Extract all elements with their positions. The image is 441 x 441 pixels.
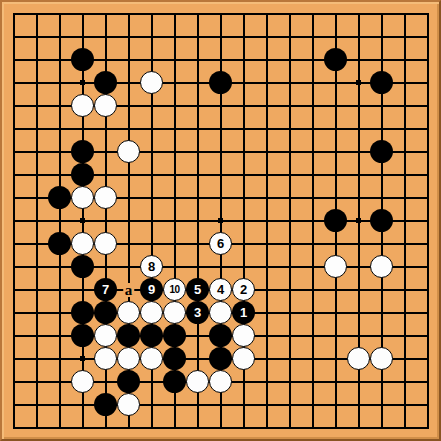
intersection[interactable] xyxy=(163,232,186,255)
intersection[interactable] xyxy=(94,232,117,255)
intersection[interactable] xyxy=(416,347,439,370)
intersection[interactable] xyxy=(140,140,163,163)
intersection[interactable] xyxy=(71,117,94,140)
intersection[interactable] xyxy=(393,370,416,393)
intersection[interactable] xyxy=(324,71,347,94)
intersection[interactable] xyxy=(48,416,71,439)
intersection[interactable] xyxy=(278,94,301,117)
intersection[interactable] xyxy=(71,140,94,163)
intersection[interactable] xyxy=(117,71,140,94)
intersection[interactable] xyxy=(25,140,48,163)
intersection[interactable] xyxy=(370,416,393,439)
intersection[interactable] xyxy=(2,324,25,347)
intersection[interactable] xyxy=(278,232,301,255)
intersection[interactable] xyxy=(255,278,278,301)
intersection[interactable] xyxy=(25,370,48,393)
intersection[interactable] xyxy=(2,71,25,94)
intersection[interactable] xyxy=(2,163,25,186)
intersection[interactable] xyxy=(255,301,278,324)
intersection[interactable] xyxy=(2,25,25,48)
intersection[interactable] xyxy=(2,347,25,370)
intersection[interactable] xyxy=(393,209,416,232)
intersection[interactable] xyxy=(416,232,439,255)
intersection[interactable] xyxy=(94,393,117,416)
intersection[interactable] xyxy=(347,25,370,48)
intersection[interactable] xyxy=(71,278,94,301)
intersection[interactable] xyxy=(278,25,301,48)
intersection[interactable] xyxy=(209,94,232,117)
intersection[interactable] xyxy=(278,301,301,324)
intersection[interactable] xyxy=(370,209,393,232)
intersection[interactable] xyxy=(2,278,25,301)
intersection[interactable] xyxy=(209,324,232,347)
intersection[interactable] xyxy=(255,393,278,416)
intersection[interactable] xyxy=(255,370,278,393)
intersection[interactable] xyxy=(232,48,255,71)
intersection[interactable] xyxy=(71,25,94,48)
intersection[interactable] xyxy=(94,186,117,209)
intersection[interactable] xyxy=(25,209,48,232)
intersection[interactable] xyxy=(25,25,48,48)
intersection[interactable] xyxy=(393,48,416,71)
intersection[interactable] xyxy=(163,370,186,393)
intersection[interactable] xyxy=(209,140,232,163)
intersection[interactable] xyxy=(393,2,416,25)
intersection[interactable] xyxy=(278,2,301,25)
intersection[interactable] xyxy=(2,232,25,255)
intersection[interactable] xyxy=(232,209,255,232)
intersection[interactable] xyxy=(393,278,416,301)
intersection[interactable] xyxy=(347,140,370,163)
intersection[interactable] xyxy=(140,48,163,71)
intersection[interactable]: 5 xyxy=(186,278,209,301)
intersection[interactable] xyxy=(48,140,71,163)
intersection[interactable] xyxy=(209,255,232,278)
intersection[interactable] xyxy=(163,255,186,278)
intersection[interactable] xyxy=(71,71,94,94)
intersection[interactable] xyxy=(255,94,278,117)
intersection[interactable] xyxy=(324,347,347,370)
intersection[interactable] xyxy=(278,117,301,140)
intersection[interactable] xyxy=(301,370,324,393)
intersection[interactable] xyxy=(209,48,232,71)
intersection[interactable] xyxy=(301,117,324,140)
intersection[interactable] xyxy=(370,255,393,278)
intersection[interactable] xyxy=(140,416,163,439)
intersection[interactable] xyxy=(209,416,232,439)
intersection[interactable] xyxy=(163,347,186,370)
intersection[interactable] xyxy=(301,324,324,347)
intersection[interactable] xyxy=(2,2,25,25)
intersection[interactable] xyxy=(48,255,71,278)
intersection[interactable] xyxy=(209,2,232,25)
intersection[interactable] xyxy=(94,324,117,347)
intersection[interactable] xyxy=(416,25,439,48)
intersection[interactable] xyxy=(347,232,370,255)
intersection[interactable] xyxy=(117,232,140,255)
intersection[interactable] xyxy=(347,186,370,209)
intersection[interactable] xyxy=(25,2,48,25)
intersection[interactable] xyxy=(163,94,186,117)
intersection[interactable] xyxy=(347,416,370,439)
intersection[interactable] xyxy=(186,209,209,232)
intersection[interactable] xyxy=(25,71,48,94)
intersection[interactable] xyxy=(347,324,370,347)
intersection[interactable] xyxy=(48,25,71,48)
intersection[interactable] xyxy=(71,393,94,416)
intersection[interactable] xyxy=(393,186,416,209)
intersection[interactable] xyxy=(370,94,393,117)
intersection[interactable] xyxy=(232,347,255,370)
intersection[interactable] xyxy=(209,163,232,186)
intersection[interactable] xyxy=(416,94,439,117)
intersection[interactable] xyxy=(186,140,209,163)
intersection[interactable] xyxy=(25,117,48,140)
intersection[interactable] xyxy=(48,324,71,347)
intersection[interactable]: 10 xyxy=(163,278,186,301)
intersection[interactable] xyxy=(347,2,370,25)
intersection[interactable] xyxy=(301,209,324,232)
intersection[interactable] xyxy=(347,94,370,117)
intersection[interactable] xyxy=(278,324,301,347)
intersection[interactable] xyxy=(324,416,347,439)
intersection[interactable] xyxy=(347,117,370,140)
intersection[interactable] xyxy=(2,140,25,163)
intersection[interactable] xyxy=(347,347,370,370)
intersection[interactable] xyxy=(393,25,416,48)
intersection[interactable] xyxy=(25,186,48,209)
intersection[interactable] xyxy=(209,301,232,324)
intersection[interactable] xyxy=(232,232,255,255)
intersection[interactable] xyxy=(232,255,255,278)
intersection[interactable]: 4 xyxy=(209,278,232,301)
intersection[interactable] xyxy=(301,2,324,25)
intersection[interactable] xyxy=(416,393,439,416)
intersection[interactable] xyxy=(324,324,347,347)
intersection[interactable] xyxy=(186,370,209,393)
intersection[interactable] xyxy=(117,416,140,439)
intersection[interactable] xyxy=(416,186,439,209)
intersection[interactable] xyxy=(48,71,71,94)
intersection[interactable] xyxy=(25,301,48,324)
intersection[interactable] xyxy=(324,2,347,25)
intersection[interactable] xyxy=(209,71,232,94)
intersection[interactable] xyxy=(232,393,255,416)
intersection[interactable] xyxy=(370,117,393,140)
intersection[interactable] xyxy=(416,2,439,25)
intersection[interactable] xyxy=(48,232,71,255)
intersection[interactable] xyxy=(117,94,140,117)
intersection[interactable]: 6 xyxy=(209,232,232,255)
intersection[interactable] xyxy=(416,416,439,439)
intersection[interactable] xyxy=(232,94,255,117)
intersection[interactable] xyxy=(94,209,117,232)
intersection[interactable] xyxy=(324,278,347,301)
intersection[interactable]: a xyxy=(117,278,140,301)
intersection[interactable] xyxy=(2,370,25,393)
intersection[interactable] xyxy=(393,232,416,255)
intersection[interactable] xyxy=(324,393,347,416)
intersection[interactable] xyxy=(393,163,416,186)
intersection[interactable] xyxy=(347,71,370,94)
intersection[interactable] xyxy=(255,255,278,278)
intersection[interactable] xyxy=(117,255,140,278)
intersection[interactable] xyxy=(324,301,347,324)
intersection[interactable] xyxy=(48,209,71,232)
intersection[interactable] xyxy=(117,301,140,324)
intersection[interactable]: 1 xyxy=(232,301,255,324)
intersection[interactable] xyxy=(370,347,393,370)
intersection[interactable] xyxy=(94,94,117,117)
intersection[interactable] xyxy=(324,255,347,278)
intersection[interactable] xyxy=(140,186,163,209)
intersection[interactable] xyxy=(163,2,186,25)
intersection[interactable] xyxy=(140,393,163,416)
intersection[interactable] xyxy=(117,48,140,71)
intersection[interactable] xyxy=(140,232,163,255)
intersection[interactable] xyxy=(117,393,140,416)
intersection[interactable]: 7 xyxy=(94,278,117,301)
intersection[interactable] xyxy=(186,71,209,94)
intersection[interactable] xyxy=(301,278,324,301)
intersection[interactable] xyxy=(347,393,370,416)
intersection[interactable] xyxy=(209,370,232,393)
intersection[interactable] xyxy=(324,117,347,140)
intersection[interactable] xyxy=(278,163,301,186)
intersection[interactable] xyxy=(278,370,301,393)
intersection[interactable] xyxy=(370,2,393,25)
intersection[interactable] xyxy=(370,140,393,163)
intersection[interactable] xyxy=(48,2,71,25)
intersection[interactable] xyxy=(370,186,393,209)
intersection[interactable] xyxy=(209,25,232,48)
intersection[interactable] xyxy=(48,278,71,301)
intersection[interactable] xyxy=(278,416,301,439)
intersection[interactable] xyxy=(163,209,186,232)
intersection[interactable] xyxy=(324,370,347,393)
intersection[interactable] xyxy=(2,94,25,117)
intersection[interactable] xyxy=(324,232,347,255)
intersection[interactable] xyxy=(186,255,209,278)
intersection[interactable] xyxy=(416,209,439,232)
intersection[interactable] xyxy=(393,324,416,347)
intersection[interactable] xyxy=(255,48,278,71)
intersection[interactable] xyxy=(255,117,278,140)
intersection[interactable] xyxy=(278,393,301,416)
intersection[interactable] xyxy=(301,94,324,117)
intersection[interactable] xyxy=(71,301,94,324)
intersection[interactable] xyxy=(140,117,163,140)
intersection[interactable] xyxy=(370,25,393,48)
intersection[interactable] xyxy=(71,370,94,393)
intersection[interactable] xyxy=(94,140,117,163)
intersection[interactable] xyxy=(71,48,94,71)
intersection[interactable] xyxy=(117,2,140,25)
intersection[interactable] xyxy=(370,278,393,301)
intersection[interactable] xyxy=(232,370,255,393)
intersection[interactable] xyxy=(71,255,94,278)
intersection[interactable] xyxy=(163,71,186,94)
intersection[interactable] xyxy=(117,370,140,393)
intersection[interactable] xyxy=(25,232,48,255)
intersection[interactable] xyxy=(94,301,117,324)
intersection[interactable] xyxy=(186,393,209,416)
intersection[interactable] xyxy=(301,25,324,48)
intersection[interactable] xyxy=(140,370,163,393)
intersection[interactable] xyxy=(71,163,94,186)
intersection[interactable] xyxy=(301,71,324,94)
intersection[interactable] xyxy=(416,117,439,140)
intersection[interactable] xyxy=(209,209,232,232)
intersection[interactable] xyxy=(232,25,255,48)
intersection[interactable] xyxy=(393,416,416,439)
intersection[interactable] xyxy=(278,48,301,71)
intersection[interactable] xyxy=(278,347,301,370)
intersection[interactable] xyxy=(71,232,94,255)
intersection[interactable] xyxy=(186,416,209,439)
intersection[interactable] xyxy=(48,370,71,393)
intersection[interactable] xyxy=(163,393,186,416)
intersection[interactable] xyxy=(117,140,140,163)
intersection[interactable] xyxy=(416,301,439,324)
intersection[interactable] xyxy=(71,186,94,209)
intersection[interactable] xyxy=(370,393,393,416)
intersection[interactable] xyxy=(416,48,439,71)
intersection[interactable] xyxy=(94,48,117,71)
intersection[interactable] xyxy=(25,416,48,439)
intersection[interactable] xyxy=(48,301,71,324)
intersection[interactable] xyxy=(232,117,255,140)
intersection[interactable] xyxy=(186,94,209,117)
intersection[interactable] xyxy=(140,25,163,48)
intersection[interactable] xyxy=(140,324,163,347)
intersection[interactable] xyxy=(163,186,186,209)
intersection[interactable] xyxy=(25,278,48,301)
intersection[interactable] xyxy=(301,347,324,370)
intersection[interactable] xyxy=(278,71,301,94)
intersection[interactable] xyxy=(416,71,439,94)
intersection[interactable]: 9 xyxy=(140,278,163,301)
intersection[interactable] xyxy=(71,347,94,370)
intersection[interactable] xyxy=(117,163,140,186)
intersection[interactable] xyxy=(255,163,278,186)
intersection[interactable] xyxy=(393,301,416,324)
intersection[interactable] xyxy=(2,301,25,324)
intersection[interactable] xyxy=(163,25,186,48)
intersection[interactable]: 3 xyxy=(186,301,209,324)
intersection[interactable] xyxy=(163,117,186,140)
intersection[interactable] xyxy=(186,48,209,71)
intersection[interactable] xyxy=(416,370,439,393)
intersection[interactable] xyxy=(301,255,324,278)
intersection[interactable] xyxy=(94,370,117,393)
intersection[interactable] xyxy=(25,163,48,186)
intersection[interactable] xyxy=(324,209,347,232)
intersection[interactable] xyxy=(186,347,209,370)
intersection[interactable] xyxy=(347,370,370,393)
intersection[interactable] xyxy=(186,117,209,140)
intersection[interactable] xyxy=(71,2,94,25)
intersection[interactable] xyxy=(94,347,117,370)
intersection[interactable] xyxy=(301,301,324,324)
intersection[interactable] xyxy=(255,416,278,439)
intersection[interactable] xyxy=(209,393,232,416)
intersection[interactable] xyxy=(416,278,439,301)
intersection[interactable] xyxy=(71,324,94,347)
intersection[interactable] xyxy=(25,48,48,71)
intersection[interactable] xyxy=(209,117,232,140)
intersection[interactable] xyxy=(232,324,255,347)
intersection[interactable] xyxy=(232,163,255,186)
intersection[interactable] xyxy=(117,209,140,232)
intersection[interactable] xyxy=(278,186,301,209)
intersection[interactable] xyxy=(301,163,324,186)
intersection[interactable] xyxy=(370,71,393,94)
intersection[interactable] xyxy=(94,117,117,140)
intersection[interactable] xyxy=(163,416,186,439)
intersection[interactable] xyxy=(301,140,324,163)
intersection[interactable] xyxy=(416,140,439,163)
intersection[interactable] xyxy=(347,48,370,71)
intersection[interactable] xyxy=(25,324,48,347)
intersection[interactable] xyxy=(324,140,347,163)
intersection[interactable] xyxy=(393,347,416,370)
intersection[interactable] xyxy=(393,117,416,140)
intersection[interactable] xyxy=(255,71,278,94)
intersection[interactable] xyxy=(48,163,71,186)
intersection[interactable] xyxy=(71,416,94,439)
intersection[interactable] xyxy=(347,209,370,232)
intersection[interactable] xyxy=(255,25,278,48)
intersection[interactable] xyxy=(48,94,71,117)
intersection[interactable] xyxy=(301,48,324,71)
intersection[interactable] xyxy=(370,324,393,347)
intersection[interactable] xyxy=(117,117,140,140)
intersection[interactable] xyxy=(140,163,163,186)
intersection[interactable] xyxy=(140,347,163,370)
intersection[interactable] xyxy=(2,186,25,209)
intersection[interactable] xyxy=(393,255,416,278)
intersection[interactable] xyxy=(393,393,416,416)
intersection[interactable]: 8 xyxy=(140,255,163,278)
intersection[interactable] xyxy=(324,94,347,117)
intersection[interactable] xyxy=(255,140,278,163)
intersection[interactable] xyxy=(140,94,163,117)
intersection[interactable] xyxy=(255,209,278,232)
intersection[interactable] xyxy=(324,48,347,71)
intersection[interactable] xyxy=(140,301,163,324)
intersection[interactable] xyxy=(94,255,117,278)
intersection[interactable] xyxy=(94,163,117,186)
intersection[interactable] xyxy=(301,232,324,255)
intersection[interactable] xyxy=(48,48,71,71)
intersection[interactable] xyxy=(324,186,347,209)
intersection[interactable] xyxy=(163,324,186,347)
intersection[interactable] xyxy=(140,71,163,94)
intersection[interactable] xyxy=(416,255,439,278)
intersection[interactable] xyxy=(416,324,439,347)
intersection[interactable] xyxy=(25,94,48,117)
intersection[interactable] xyxy=(2,393,25,416)
intersection[interactable] xyxy=(186,324,209,347)
intersection[interactable] xyxy=(278,140,301,163)
intersection[interactable] xyxy=(370,232,393,255)
intersection[interactable] xyxy=(25,255,48,278)
intersection[interactable]: 2 xyxy=(232,278,255,301)
intersection[interactable] xyxy=(301,186,324,209)
intersection[interactable] xyxy=(347,278,370,301)
intersection[interactable] xyxy=(2,48,25,71)
